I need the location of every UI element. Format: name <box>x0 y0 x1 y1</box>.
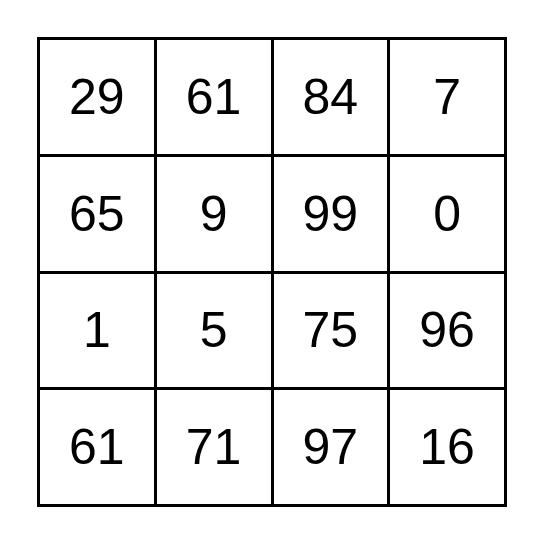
grid-cell-r1c3[interactable]: 84 <box>274 40 388 154</box>
grid-cell-r1c4[interactable]: 7 <box>390 40 504 154</box>
grid-cell-r3c4[interactable]: 96 <box>390 274 504 388</box>
grid-cell-r2c4[interactable]: 0 <box>390 157 504 271</box>
grid-cell-r4c1[interactable]: 61 <box>40 390 154 504</box>
grid-cell-r4c4[interactable]: 16 <box>390 390 504 504</box>
page: 29 61 84 7 65 9 99 0 1 5 75 96 61 71 97 … <box>0 0 544 544</box>
grid-cell-r2c2[interactable]: 9 <box>157 157 271 271</box>
grid-cell-r3c3[interactable]: 75 <box>274 274 388 388</box>
grid-cell-r2c3[interactable]: 99 <box>274 157 388 271</box>
grid-cell-r3c1[interactable]: 1 <box>40 274 154 388</box>
grid-cell-r1c2[interactable]: 61 <box>157 40 271 154</box>
board: 29 61 84 7 65 9 99 0 1 5 75 96 61 71 97 … <box>37 37 507 507</box>
grid-cell-r4c3[interactable]: 97 <box>274 390 388 504</box>
grid-cell-r4c2[interactable]: 71 <box>157 390 271 504</box>
grid-cell-r1c1[interactable]: 29 <box>40 40 154 154</box>
grid-cell-r3c2[interactable]: 5 <box>157 274 271 388</box>
grid-cell-r2c1[interactable]: 65 <box>40 157 154 271</box>
